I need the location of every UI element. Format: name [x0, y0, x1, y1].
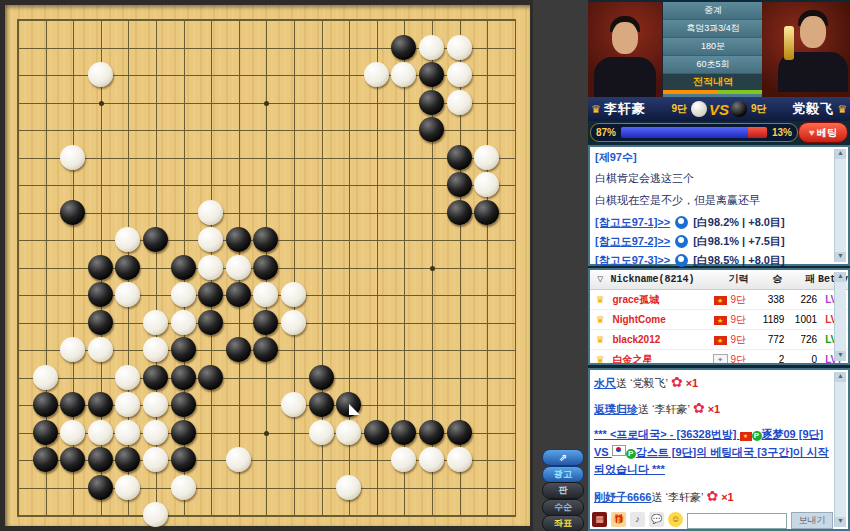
white-stone	[447, 62, 472, 87]
bettor-nickname: black2012	[612, 330, 710, 349]
black-stone	[143, 365, 168, 390]
block-icon[interactable]: ▦	[592, 512, 607, 527]
commentary-scrollbar[interactable]: ▲ ▼	[834, 149, 846, 262]
bettor-losses: 0	[787, 350, 820, 365]
black-stone	[336, 392, 361, 417]
china-flag-icon: ★	[740, 432, 752, 441]
star-point	[430, 266, 435, 271]
table-row[interactable]: ♛grace孤城★9단338226LV7	[590, 290, 848, 310]
ai-evaluation: [白98.2% | +8.0目]	[693, 215, 784, 230]
rose-icon: ✿	[706, 488, 718, 504]
white-stone	[226, 255, 251, 280]
bettors-table: ▽ Nickname(8214) 기력 승 패 BetLv ♛grace孤城★9…	[588, 268, 850, 365]
player-photo-right	[762, 2, 850, 97]
white-stone	[143, 392, 168, 417]
reference-row: [참고도97-2]>>[白98.1% | +7.5目]	[595, 234, 833, 249]
bettor-losses: 1001	[787, 310, 820, 329]
black-stone-icon	[731, 101, 747, 117]
black-stone	[364, 420, 389, 445]
white-stone	[281, 310, 306, 335]
black-stone	[88, 392, 113, 417]
chat-toolbar: ▦ 🎁 ♪ 💬 ☺ 보내기	[592, 512, 833, 529]
black-stone	[88, 475, 113, 500]
bettor-rank: 9단	[730, 350, 754, 365]
left-bar-segment	[621, 127, 748, 138]
black-stone	[88, 447, 113, 472]
crown-icon: ♛	[590, 350, 610, 365]
black-stone	[60, 200, 85, 225]
black-stone	[171, 447, 196, 472]
white-stone	[419, 35, 444, 60]
black-stone	[253, 255, 278, 280]
gift-icon[interactable]: 🎁	[611, 512, 626, 527]
left-percent: 87%	[591, 127, 621, 138]
white-stone	[115, 365, 140, 390]
black-stone	[309, 392, 334, 417]
black-stone	[88, 310, 113, 335]
player-left-name: 李轩豪	[604, 100, 646, 118]
black-stone	[447, 145, 472, 170]
ai-logo-icon	[675, 235, 688, 248]
black-stone	[198, 365, 223, 390]
table-row[interactable]: ♛NightCome★9단11891001LV8	[590, 310, 848, 330]
move-number-header: [제97수]	[595, 150, 833, 165]
white-stone	[447, 35, 472, 60]
strip-button-좌표[interactable]: 좌표	[542, 515, 584, 531]
black-stone	[171, 365, 196, 390]
black-stone	[309, 365, 334, 390]
china-flag-icon: ★	[714, 316, 727, 325]
winrate-bar: 87% 13%	[590, 123, 798, 142]
reference-row: [참고도97-3]>>[白98.5% | +8.0目]	[595, 253, 833, 268]
black-stone	[171, 255, 196, 280]
gift-count: ×1	[721, 491, 734, 503]
heart-icon: ♥	[809, 127, 815, 138]
white-stone	[281, 392, 306, 417]
china-flag-icon: ★	[714, 296, 727, 305]
emoticon-icon[interactable]: ☺	[668, 512, 683, 527]
board-frame	[0, 0, 533, 531]
white-stone	[143, 420, 168, 445]
china-flag-icon: ★	[714, 336, 727, 345]
chat-message: 返璞归珍送 ‘李轩豪’✿×1	[594, 400, 833, 417]
black-stone	[143, 227, 168, 252]
bettor-wins: 2	[755, 350, 788, 365]
scroll-down-icon[interactable]: ▼	[835, 252, 846, 262]
black-stone	[88, 282, 113, 307]
white-stone	[60, 420, 85, 445]
bettor-wins: 772	[755, 330, 788, 349]
point-icon: P	[626, 449, 636, 459]
bettor-rank: 9단	[730, 330, 754, 349]
crown-icon: ♛	[837, 103, 847, 116]
system-message: *** <프로대국> - [36328번방] ★P逐梦09 [9단] VS P감…	[594, 428, 829, 475]
right-bar-segment	[748, 127, 767, 138]
white-stone	[143, 337, 168, 362]
black-stone	[474, 200, 499, 225]
black-stone	[33, 447, 58, 472]
bettor-rank: 9단	[730, 290, 754, 309]
gift-count: ×1	[708, 403, 721, 415]
broadcast-info: 중계 흑덤3과3/4점 180분 60초5회 전적내역	[662, 2, 764, 97]
scroll-up-icon[interactable]: ▲	[835, 149, 846, 159]
rose-icon: ✿	[671, 374, 683, 390]
commentary-line: 白棋肯定会逃这三个	[595, 171, 833, 186]
white-stone	[115, 420, 140, 445]
gift-count: ×1	[686, 377, 699, 389]
share-button[interactable]: ⇗	[542, 449, 584, 466]
black-stone	[447, 200, 472, 225]
black-stone	[171, 392, 196, 417]
betting-button[interactable]: ♥베팅	[798, 122, 848, 143]
white-stone	[171, 282, 196, 307]
strip-button-판[interactable]: 판	[542, 482, 584, 499]
white-stone	[226, 447, 251, 472]
white-stone	[115, 475, 140, 500]
chat-message: 刚妤子6666送 ‘李轩豪’✿×1	[594, 488, 833, 505]
black-stone	[33, 420, 58, 445]
microphone-icon[interactable]: ♪	[630, 512, 645, 527]
chat-scrollbar[interactable]: ▲ ▼	[834, 372, 846, 527]
bettor-rank: 9단	[730, 310, 754, 329]
black-stone	[419, 117, 444, 142]
ai-logo-icon	[675, 254, 688, 267]
scroll-down-icon[interactable]: ▼	[835, 351, 846, 361]
white-stone	[309, 420, 334, 445]
black-stone	[171, 420, 196, 445]
send-button[interactable]: 보내기	[791, 512, 833, 529]
app-window: ⇗광고판수순좌표화면 중계 흑덤3과3/4점 180분 60초5회 전적내역	[0, 0, 850, 531]
white-stone	[198, 200, 223, 225]
players-bar: ♛ 李轩豪 9단 VS 9단 党毅飞 ♛	[588, 97, 850, 121]
info-row: 180분	[663, 38, 763, 56]
white-stone	[419, 447, 444, 472]
player-right-name: 党毅飞	[792, 100, 834, 118]
star-point	[264, 431, 269, 436]
table-row[interactable]: ♛白金之星✦9단20LV7	[590, 350, 848, 365]
crown-icon: ♛	[590, 310, 610, 329]
black-stone	[447, 420, 472, 445]
bettor-losses: 726	[787, 330, 820, 349]
chat-message: *** <프로대국> - [36328번방] ★P逐梦09 [9단] VS P감…	[594, 426, 833, 479]
korea-flag-icon	[612, 445, 626, 456]
history-button[interactable]: 전적내역	[663, 74, 763, 90]
black-stone	[226, 227, 251, 252]
point-icon: P	[752, 431, 762, 441]
crown-icon: ♛	[590, 290, 610, 309]
reference-link[interactable]: [참고도97-1]>>	[595, 215, 670, 230]
strip-button-수순[interactable]: 수순	[542, 499, 584, 516]
black-stone	[391, 420, 416, 445]
flag-icon: ✦	[713, 354, 728, 365]
white-stone	[171, 310, 196, 335]
table-row[interactable]: ♛black2012★9단772726LV9	[590, 330, 848, 350]
bettor-wins: 1189	[755, 310, 788, 329]
white-stone	[143, 502, 168, 527]
table-scrollbar[interactable]: ▲ ▼	[834, 272, 846, 361]
info-row: 흑덤3과3/4점	[663, 20, 763, 38]
white-stone	[364, 62, 389, 87]
right-percent: 13%	[767, 127, 797, 138]
filter-icon[interactable]: ▽	[590, 270, 610, 289]
commentary-box: [제97수] 白棋肯定会逃这三个 白棋现在空是不少，但是离赢还早 [참고도97-…	[588, 145, 850, 266]
reference-link[interactable]: [참고도97-2]>>	[595, 234, 670, 249]
side-strip: ⇗광고판수순좌표화면	[533, 0, 588, 531]
black-stone	[391, 35, 416, 60]
white-stone	[143, 310, 168, 335]
white-stone	[336, 475, 361, 500]
white-stone	[88, 420, 113, 445]
white-stone	[198, 255, 223, 280]
ai-evaluation: [白98.5% | +8.0目]	[693, 253, 784, 268]
bettor-nickname: NightCome	[612, 310, 710, 329]
white-stone	[88, 62, 113, 87]
bettor-wins: 338	[755, 290, 788, 309]
bettor-losses: 226	[787, 290, 820, 309]
chat-message: 水尺送 ‘党毅飞’✿×1	[594, 374, 833, 391]
white-stone	[336, 420, 361, 445]
history-underline	[663, 90, 763, 94]
video-row: 중계 흑덤3과3/4점 180분 60초5회 전적내역	[588, 2, 850, 97]
bettor-nickname: 白金之星	[612, 350, 710, 365]
white-stone	[447, 90, 472, 115]
black-stone	[419, 420, 444, 445]
sender-link[interactable]: 返璞归珍	[594, 403, 638, 415]
ai-evaluation: [白98.1% | +7.5目]	[693, 234, 784, 249]
scroll-down-icon[interactable]: ▼	[835, 517, 846, 527]
speech-bubble-icon[interactable]: 💬	[649, 512, 664, 527]
white-stone	[143, 447, 168, 472]
trophy-icon	[784, 26, 794, 60]
black-stone	[447, 172, 472, 197]
player-photo-left	[588, 2, 662, 97]
white-stone	[171, 475, 196, 500]
reference-row: [참고도97-1]>>[白98.2% | +8.0目]	[595, 215, 833, 230]
commentary-line: 白棋现在空是不少，但是离赢还早	[595, 193, 833, 208]
info-row: 60초5회	[663, 56, 763, 74]
info-row: 중계	[663, 2, 763, 20]
black-stone	[226, 337, 251, 362]
bettor-nickname: grace孤城	[612, 290, 710, 309]
player-right-rank: 9단	[751, 102, 767, 116]
reference-link[interactable]: [참고도97-3]>>	[595, 253, 670, 268]
black-stone	[115, 255, 140, 280]
white-stone-icon	[691, 101, 707, 117]
share-icon: ⇗	[559, 452, 567, 463]
black-stone	[198, 310, 223, 335]
white-stone	[60, 145, 85, 170]
black-stone	[419, 62, 444, 87]
black-stone	[226, 282, 251, 307]
white-stone	[474, 145, 499, 170]
chat-input[interactable]	[687, 513, 787, 529]
white-stone	[447, 447, 472, 472]
player-left-rank: 9단	[671, 102, 687, 116]
white-stone	[88, 337, 113, 362]
bet-row: 87% 13% ♥베팅	[588, 122, 850, 143]
ai-logo-icon	[675, 216, 688, 229]
sender-link[interactable]: 刚妤子6666	[594, 491, 651, 503]
chat-box: 水尺送 ‘党毅飞’✿×1返璞归珍送 ‘李轩豪’✿×1*** <프로대국> - […	[588, 368, 850, 531]
table-header: ▽ Nickname(8214) 기력 승 패 BetLv	[590, 270, 848, 290]
vs-label: VS	[709, 101, 729, 118]
go-board[interactable]	[5, 5, 530, 526]
scroll-up-icon[interactable]: ▲	[835, 272, 846, 282]
broadcast-panel: 중계 흑덤3과3/4점 180분 60초5회 전적내역 ♛ 李轩豪 9단 VS	[588, 0, 850, 531]
black-stone	[33, 392, 58, 417]
black-stone	[171, 337, 196, 362]
strip-button-광고[interactable]: 광고	[542, 466, 584, 483]
last-move-marker	[349, 404, 360, 415]
star-point	[264, 101, 269, 106]
star-point	[99, 101, 104, 106]
scroll-up-icon[interactable]: ▲	[835, 372, 846, 382]
black-stone	[419, 90, 444, 115]
crown-icon: ♛	[591, 103, 601, 116]
black-stone	[88, 255, 113, 280]
sender-link[interactable]: 水尺	[594, 377, 616, 389]
white-stone	[33, 365, 58, 390]
white-stone	[281, 282, 306, 307]
rose-icon: ✿	[693, 400, 705, 416]
black-stone	[253, 310, 278, 335]
crown-icon: ♛	[590, 330, 610, 349]
